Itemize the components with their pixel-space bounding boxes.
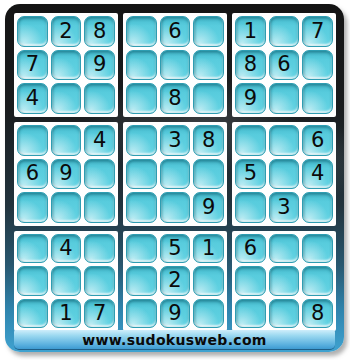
block-2-1: 469 bbox=[14, 122, 118, 226]
cell-r4c2[interactable] bbox=[51, 125, 82, 156]
cell-r3c5[interactable]: 8 bbox=[160, 83, 191, 114]
cell-r1c9[interactable]: 7 bbox=[302, 16, 333, 47]
cell-r2c8[interactable]: 6 bbox=[269, 50, 300, 81]
cell-r4c1[interactable] bbox=[17, 125, 48, 156]
cell-r6c3[interactable] bbox=[84, 192, 115, 223]
cell-r4c6[interactable]: 8 bbox=[193, 125, 224, 156]
cell-r9c3[interactable]: 7 bbox=[84, 299, 115, 328]
cell-r8c8[interactable] bbox=[269, 266, 300, 295]
cell-r4c7[interactable] bbox=[235, 125, 266, 156]
cell-r2c7[interactable]: 8 bbox=[235, 50, 266, 81]
cell-r3c4[interactable] bbox=[126, 83, 157, 114]
block-2-3: 6543 bbox=[232, 122, 336, 226]
block-1-1: 28794 bbox=[14, 13, 118, 117]
cell-r3c6[interactable] bbox=[193, 83, 224, 114]
watermark-bar: www.sudokusweb.com bbox=[14, 330, 335, 350]
cell-r5c3[interactable] bbox=[84, 159, 115, 190]
cell-r4c9[interactable]: 6 bbox=[302, 125, 333, 156]
cell-r4c8[interactable] bbox=[269, 125, 300, 156]
cell-r3c3[interactable] bbox=[84, 83, 115, 114]
watermark-text: www.sudokusweb.com bbox=[82, 332, 266, 348]
cell-r6c9[interactable] bbox=[302, 192, 333, 223]
cell-r2c6[interactable] bbox=[193, 50, 224, 81]
cell-r6c6[interactable]: 9 bbox=[193, 192, 224, 223]
cell-r8c9[interactable] bbox=[302, 266, 333, 295]
cell-r8c1[interactable] bbox=[17, 266, 48, 295]
cell-r5c5[interactable] bbox=[160, 159, 191, 190]
cell-r8c7[interactable] bbox=[235, 266, 266, 295]
cell-r5c6[interactable] bbox=[193, 159, 224, 190]
block-3-3: 68 bbox=[232, 231, 336, 331]
cell-r5c4[interactable] bbox=[126, 159, 157, 190]
cell-r1c8[interactable] bbox=[269, 16, 300, 47]
cell-r6c5[interactable] bbox=[160, 192, 191, 223]
cell-r1c5[interactable]: 6 bbox=[160, 16, 191, 47]
cell-r7c4[interactable] bbox=[126, 234, 157, 263]
block-1-3: 17869 bbox=[232, 13, 336, 117]
cell-r9c8[interactable] bbox=[269, 299, 300, 328]
block-2-2: 389 bbox=[123, 122, 227, 226]
cell-r5c2[interactable]: 9 bbox=[51, 159, 82, 190]
cell-r9c6[interactable] bbox=[193, 299, 224, 328]
cell-r8c2[interactable] bbox=[51, 266, 82, 295]
cell-r9c1[interactable] bbox=[17, 299, 48, 328]
cell-r7c8[interactable] bbox=[269, 234, 300, 263]
cell-r1c3[interactable]: 8 bbox=[84, 16, 115, 47]
block-3-1: 417 bbox=[14, 231, 118, 331]
cell-r6c7[interactable] bbox=[235, 192, 266, 223]
cell-r1c2[interactable]: 2 bbox=[51, 16, 82, 47]
cell-r8c5[interactable]: 2 bbox=[160, 266, 191, 295]
cell-r8c4[interactable] bbox=[126, 266, 157, 295]
cell-r9c9[interactable]: 8 bbox=[302, 299, 333, 328]
cell-r7c9[interactable] bbox=[302, 234, 333, 263]
cell-r7c2[interactable]: 4 bbox=[51, 234, 82, 263]
cell-r5c8[interactable] bbox=[269, 159, 300, 190]
cell-r5c7[interactable]: 5 bbox=[235, 159, 266, 190]
cell-r3c8[interactable] bbox=[269, 83, 300, 114]
cell-r2c3[interactable]: 9 bbox=[84, 50, 115, 81]
block-3-2: 5129 bbox=[123, 231, 227, 331]
cell-r9c2[interactable]: 1 bbox=[51, 299, 82, 328]
cell-r6c8[interactable]: 3 bbox=[269, 192, 300, 223]
cell-r9c7[interactable] bbox=[235, 299, 266, 328]
cell-r2c9[interactable] bbox=[302, 50, 333, 81]
cell-r1c7[interactable]: 1 bbox=[235, 16, 266, 47]
cell-r2c2[interactable] bbox=[51, 50, 82, 81]
cell-r1c6[interactable] bbox=[193, 16, 224, 47]
cell-r7c3[interactable] bbox=[84, 234, 115, 263]
page-background: 2879468178694693896543417512968 www.sudo… bbox=[0, 0, 350, 360]
cell-r5c1[interactable]: 6 bbox=[17, 159, 48, 190]
cell-r2c1[interactable]: 7 bbox=[17, 50, 48, 81]
cell-r2c4[interactable] bbox=[126, 50, 157, 81]
cell-r8c3[interactable] bbox=[84, 266, 115, 295]
cell-r6c4[interactable] bbox=[126, 192, 157, 223]
cell-r6c2[interactable] bbox=[51, 192, 82, 223]
cell-r7c5[interactable]: 5 bbox=[160, 234, 191, 263]
block-1-2: 68 bbox=[123, 13, 227, 117]
cell-r3c2[interactable] bbox=[51, 83, 82, 114]
sudoku-board: 2879468178694693896543417512968 www.sudo… bbox=[5, 4, 344, 352]
cell-r4c5[interactable]: 3 bbox=[160, 125, 191, 156]
cell-r8c6[interactable] bbox=[193, 266, 224, 295]
cell-r1c1[interactable] bbox=[17, 16, 48, 47]
cell-r4c4[interactable] bbox=[126, 125, 157, 156]
cell-r9c5[interactable]: 9 bbox=[160, 299, 191, 328]
cell-r3c9[interactable] bbox=[302, 83, 333, 114]
cell-r6c1[interactable] bbox=[17, 192, 48, 223]
cell-r3c1[interactable]: 4 bbox=[17, 83, 48, 114]
cell-r9c4[interactable] bbox=[126, 299, 157, 328]
cell-r7c6[interactable]: 1 bbox=[193, 234, 224, 263]
cell-r1c4[interactable] bbox=[126, 16, 157, 47]
cell-r7c1[interactable] bbox=[17, 234, 48, 263]
cell-r2c5[interactable] bbox=[160, 50, 191, 81]
cell-r5c9[interactable]: 4 bbox=[302, 159, 333, 190]
cell-r3c7[interactable]: 9 bbox=[235, 83, 266, 114]
cell-r4c3[interactable]: 4 bbox=[84, 125, 115, 156]
sudoku-grid: 2879468178694693896543417512968 bbox=[14, 13, 336, 331]
cell-r7c7[interactable]: 6 bbox=[235, 234, 266, 263]
